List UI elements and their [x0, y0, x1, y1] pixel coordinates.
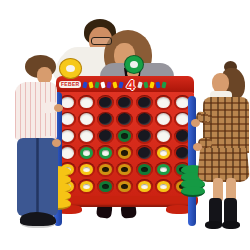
- hole-rim: [97, 179, 114, 194]
- girl-hand: [191, 119, 200, 127]
- yellow-disc: [118, 164, 131, 176]
- empty-hole: [118, 97, 131, 109]
- hole-rim: [136, 179, 153, 194]
- giant-connect-four-photo: FEBER 4: [0, 0, 250, 250]
- empty-hole: [176, 147, 189, 159]
- held-yellow-ring: [60, 59, 81, 78]
- yellow-disc: [157, 147, 170, 159]
- confetti-mark: [137, 81, 142, 88]
- hole-rim: [116, 129, 133, 144]
- hole-rim: [136, 129, 153, 144]
- empty-hole: [61, 97, 74, 109]
- girl-skirt: [197, 148, 250, 182]
- green-spare-ring: [181, 186, 205, 197]
- confetti-mark: [107, 81, 112, 88]
- hole-rim: [155, 129, 172, 144]
- empty-hole: [138, 113, 151, 125]
- empty-hole: [157, 130, 170, 142]
- hole-rim: [136, 145, 153, 160]
- green-disc: [80, 147, 93, 159]
- empty-hole: [138, 147, 151, 159]
- confetti-mark: [119, 81, 124, 88]
- empty-hole: [118, 113, 131, 125]
- hole-rim: [78, 162, 95, 177]
- empty-hole: [138, 97, 151, 109]
- hole-rim: [97, 162, 114, 177]
- boy-hand: [52, 139, 61, 147]
- hole-rim: [97, 112, 114, 127]
- empty-hole: [157, 113, 170, 125]
- hole-rim: [116, 179, 133, 194]
- empty-hole: [61, 113, 74, 125]
- connect-four-board: [56, 92, 194, 197]
- hole-rim: [116, 145, 133, 160]
- hole-rim: [155, 145, 172, 160]
- empty-hole: [80, 113, 93, 125]
- girl-shoe: [222, 221, 240, 229]
- hole-rim: [116, 162, 133, 177]
- confetti-mark: [161, 81, 166, 88]
- empty-hole: [99, 130, 112, 142]
- hole-rim: [136, 95, 153, 110]
- hole-rim: [116, 112, 133, 127]
- hole-rim: [155, 162, 172, 177]
- hole-rim: [155, 112, 172, 127]
- empty-hole: [176, 130, 189, 142]
- empty-hole: [176, 113, 189, 125]
- hole-rim: [78, 179, 95, 194]
- boy-shoe: [20, 212, 56, 228]
- empty-hole: [61, 130, 74, 142]
- green-disc: [99, 147, 112, 159]
- confetti-mark: [113, 81, 118, 88]
- board-banner: FEBER 4: [56, 76, 194, 93]
- yellow-disc: [80, 164, 93, 176]
- confetti-mark: [155, 81, 160, 88]
- boy-jeans: [17, 138, 58, 216]
- confetti-mark: [101, 81, 106, 88]
- confetti-mark: [149, 81, 154, 88]
- empty-hole: [138, 130, 151, 142]
- hole-rim: [97, 129, 114, 144]
- hole-rim: [78, 112, 95, 127]
- hole-rim: [116, 95, 133, 110]
- right-post: [188, 96, 196, 226]
- held-green-ring: [125, 56, 143, 73]
- man-glasses: [91, 37, 112, 45]
- banner-confetti-left: [83, 82, 123, 88]
- yellow-disc: [118, 147, 131, 159]
- green-disc: [99, 181, 112, 193]
- hole-rim: [78, 145, 95, 160]
- confetti-mark: [83, 81, 88, 88]
- board-grid: [58, 94, 192, 195]
- empty-hole: [157, 97, 170, 109]
- yellow-disc: [157, 181, 170, 193]
- girl-hand: [193, 143, 202, 151]
- boy-hand: [54, 104, 63, 112]
- hole-rim: [97, 145, 114, 160]
- hole-rim: [78, 95, 95, 110]
- empty-hole: [80, 130, 93, 142]
- confetti-mark: [89, 81, 94, 88]
- confetti-mark: [143, 81, 148, 88]
- banner-four-label: 4: [126, 77, 134, 92]
- hole-rim: [155, 95, 172, 110]
- banner-confetti-right: [138, 82, 166, 88]
- hole-rim: [155, 179, 172, 194]
- green-disc: [157, 164, 170, 176]
- yellow-disc: [99, 164, 112, 176]
- empty-hole: [80, 97, 93, 109]
- girl-face: [212, 73, 229, 93]
- confetti-mark: [95, 81, 100, 88]
- hole-rim: [78, 129, 95, 144]
- yellow-disc: [80, 181, 93, 193]
- yellow-disc: [138, 181, 151, 193]
- green-disc: [138, 164, 151, 176]
- green-disc: [118, 130, 131, 142]
- empty-hole: [99, 113, 112, 125]
- hole-rim: [136, 162, 153, 177]
- girl-shoe: [205, 221, 222, 229]
- empty-hole: [61, 147, 74, 159]
- hole-rim: [97, 95, 114, 110]
- brand-logo: FEBER: [59, 81, 81, 88]
- yellow-disc: [118, 181, 131, 193]
- hole-rim: [136, 112, 153, 127]
- empty-hole: [176, 97, 189, 109]
- empty-hole: [99, 97, 112, 109]
